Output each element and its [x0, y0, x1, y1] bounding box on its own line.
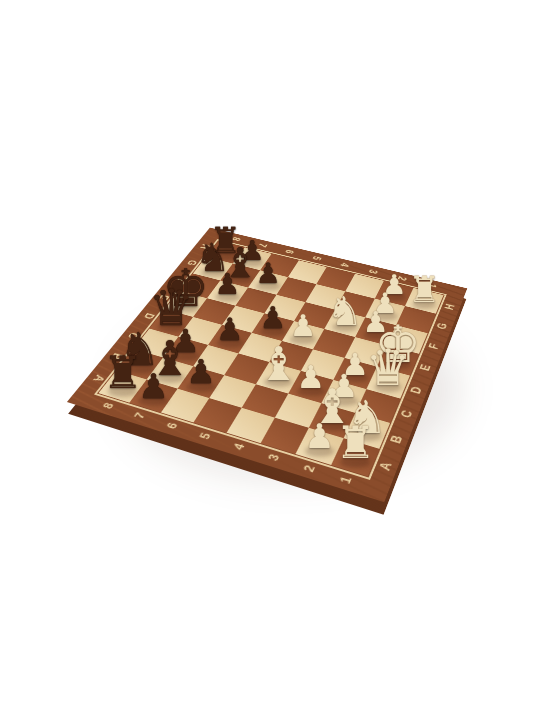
- chess-board: AA11BB22CC33DD44EE55FF66GG77HH88: [67, 227, 468, 502]
- product-photo: AA11BB22CC33DD44EE55FF66GG77HH88 ♜♟♞♝♟♟♟…: [0, 0, 540, 720]
